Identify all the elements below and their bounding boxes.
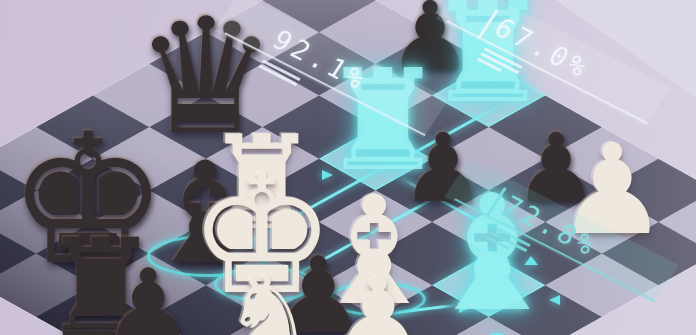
- board-wrap: [0, 0, 696, 335]
- label-tick: [477, 9, 498, 39]
- chess-board[interactable]: [0, 0, 696, 335]
- chess-scene: ♛♚♜♝♟♟♟♟♟♜♚♞♝♟♟♜♜♝ 92.1% 67.0% 72.8%: [0, 0, 696, 335]
